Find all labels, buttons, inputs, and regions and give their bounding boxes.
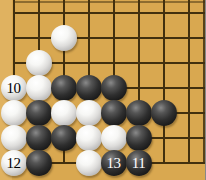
white-stone[interactable] xyxy=(26,50,52,76)
grid-line-horizontal xyxy=(13,12,206,14)
crop-frame-line-right xyxy=(203,0,205,164)
black-stone[interactable] xyxy=(126,125,152,151)
grid-line-vertical xyxy=(188,0,190,164)
black-stone[interactable]: 13 xyxy=(101,150,127,176)
white-stone[interactable] xyxy=(1,125,27,151)
black-stone[interactable] xyxy=(101,75,127,101)
white-stone[interactable] xyxy=(101,125,127,151)
black-stone[interactable] xyxy=(101,100,127,126)
white-stone[interactable] xyxy=(76,125,102,151)
black-stone[interactable] xyxy=(51,75,77,101)
move-number-label: 10 xyxy=(7,80,21,95)
white-stone[interactable] xyxy=(1,100,27,126)
black-stone[interactable] xyxy=(51,125,77,151)
white-stone[interactable]: 12 xyxy=(1,150,27,176)
black-stone[interactable] xyxy=(26,100,52,126)
white-stone[interactable] xyxy=(26,75,52,101)
black-stone[interactable] xyxy=(26,150,52,176)
white-stone[interactable] xyxy=(51,100,77,126)
black-stone[interactable] xyxy=(76,75,102,101)
move-number-label: 13 xyxy=(107,155,121,170)
black-stone[interactable]: 11 xyxy=(126,150,152,176)
crop-frame-line-top xyxy=(13,1,205,3)
black-stone[interactable] xyxy=(126,100,152,126)
move-number-label: 11 xyxy=(132,155,145,170)
black-stone[interactable] xyxy=(151,100,177,126)
go-board[interactable]: 10121311 xyxy=(0,0,205,180)
white-stone[interactable] xyxy=(76,150,102,176)
grid-line-vertical xyxy=(163,0,165,164)
grid-line-horizontal xyxy=(13,37,206,39)
move-number-label: 12 xyxy=(7,155,21,170)
white-stone[interactable] xyxy=(51,25,77,51)
black-stone[interactable] xyxy=(26,125,52,151)
white-stone[interactable] xyxy=(76,100,102,126)
white-stone[interactable]: 10 xyxy=(1,75,27,101)
